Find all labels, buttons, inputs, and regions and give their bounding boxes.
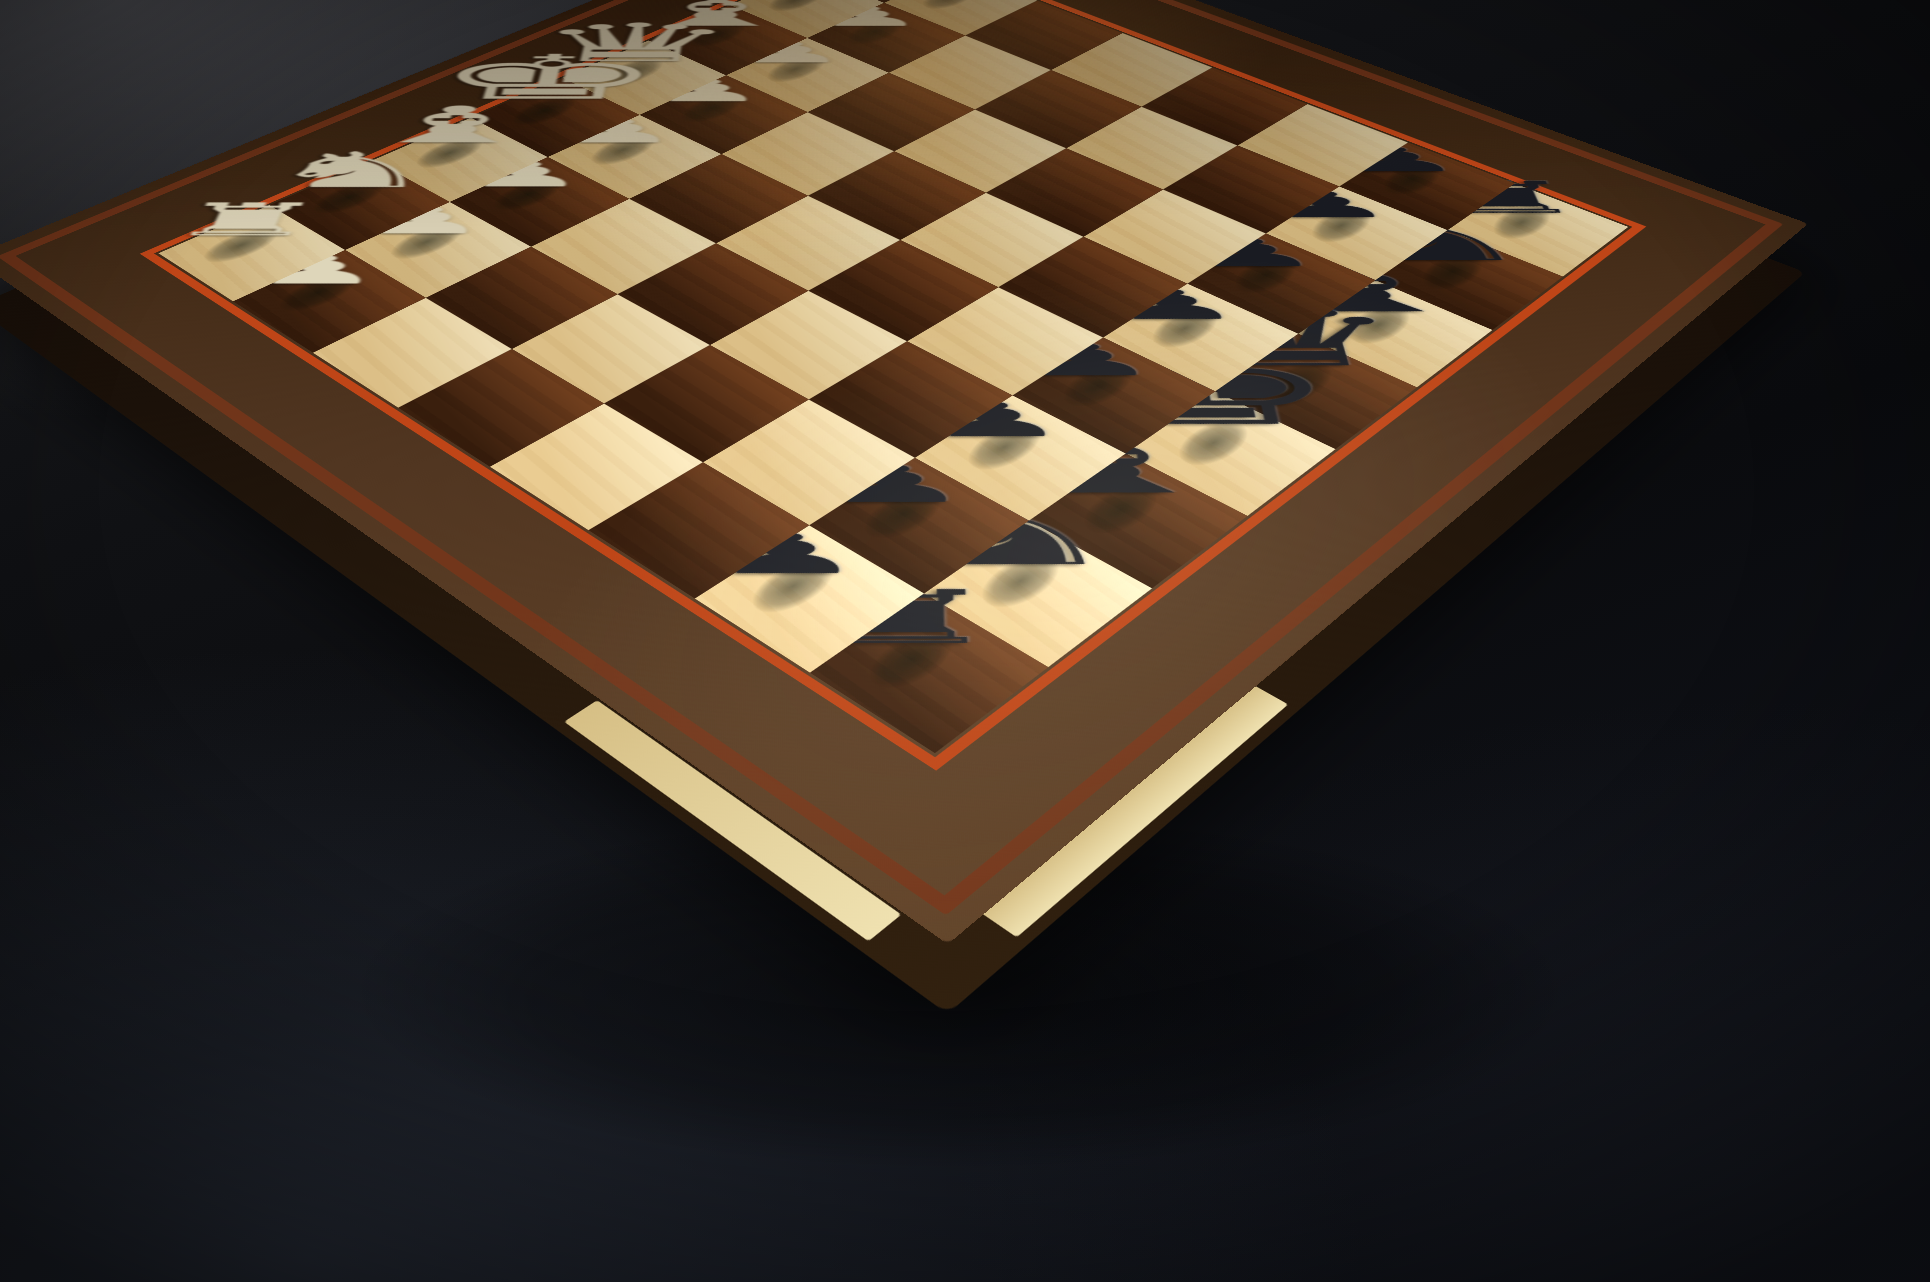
photo-scene: ♜♞♝♛♚♝♞♜♟♟♟♟♟♟♟♟♟♟♟♟♟♟♟♟♜♞♝♛♚♝♞♜ [0, 0, 1930, 1282]
piece-white-pawn[interactable]: ♟ [523, 158, 651, 192]
piece-black-rook[interactable]: ♜ [1496, 176, 1670, 220]
piece-black-pawn[interactable]: ♟ [896, 459, 1045, 510]
chess-board[interactable]: ♜♞♝♛♚♝♞♜♟♟♟♟♟♟♟♟♟♟♟♟♟♟♟♟♜♞♝♛♚♝♞♜ [0, 0, 1808, 944]
piece-black-pawn[interactable]: ♟ [995, 397, 1141, 444]
piece-white-pawn[interactable]: ♟ [870, 4, 977, 31]
piece-black-pawn[interactable]: ♟ [787, 527, 942, 582]
